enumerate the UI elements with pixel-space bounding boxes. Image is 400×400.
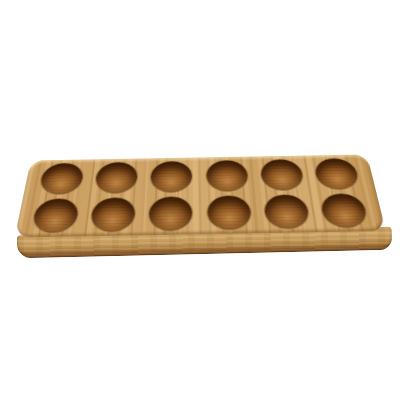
pit-hollow	[207, 195, 252, 229]
pit-top-1[interactable]	[31, 161, 92, 197]
pit-hollow	[31, 198, 80, 233]
pit-grid	[15, 155, 386, 238]
pit-bottom-6[interactable]	[312, 191, 377, 230]
mancala-board	[15, 155, 386, 238]
pit-hollow	[263, 194, 310, 228]
pit-top-2[interactable]	[87, 160, 145, 196]
pit-bottom-3[interactable]	[141, 194, 200, 234]
pit-hollow	[259, 159, 304, 190]
pit-top-3[interactable]	[143, 159, 199, 195]
pit-hollow	[313, 158, 360, 189]
pit-top-5[interactable]	[252, 157, 311, 193]
pit-hollow	[149, 196, 193, 231]
pit-hollow	[206, 160, 249, 191]
pit-bottom-2[interactable]	[82, 195, 143, 235]
pit-bottom-1[interactable]	[23, 196, 87, 236]
mancala-board-photo: Overhead-angle photo of a wooden mancala…	[0, 0, 400, 400]
pit-top-6[interactable]	[306, 156, 368, 192]
board-description: Overhead-angle photo of a wooden mancala…	[0, 21, 1, 22]
pit-bottom-4[interactable]	[200, 193, 260, 233]
pit-hollow	[95, 162, 139, 193]
pit-hollow	[39, 163, 85, 195]
pit-hollow	[151, 161, 193, 192]
pit-hollow	[319, 193, 369, 227]
pit-bottom-5[interactable]	[256, 192, 318, 232]
pit-hollow	[90, 197, 136, 232]
pit-top-4[interactable]	[199, 158, 256, 194]
